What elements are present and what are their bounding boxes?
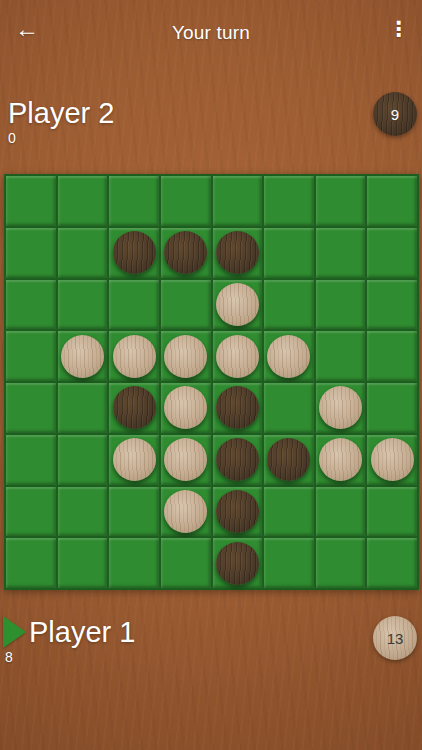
- board-cell-g3[interactable]: [316, 435, 366, 485]
- board-cell-c8[interactable]: [109, 176, 159, 226]
- player1-disc-count: 13: [387, 630, 404, 647]
- board-cell-f3[interactable]: [264, 435, 314, 485]
- board-cell-h4[interactable]: [367, 383, 417, 433]
- board-cell-f4[interactable]: [264, 383, 314, 433]
- board-cell-d5[interactable]: [161, 331, 211, 381]
- dark-disc: [113, 231, 156, 274]
- dark-disc: [216, 438, 259, 481]
- player2-name: Player 2: [8, 96, 114, 130]
- board-cell-h3[interactable]: [367, 435, 417, 485]
- board-cell-g2[interactable]: [316, 487, 366, 537]
- board-cell-c1[interactable]: [109, 538, 159, 588]
- board-cell-c6[interactable]: [109, 280, 159, 330]
- board-cell-a6[interactable]: [6, 280, 56, 330]
- board-cell-b5[interactable]: [58, 331, 108, 381]
- board-cell-d8[interactable]: [161, 176, 211, 226]
- board-cell-g1[interactable]: [316, 538, 366, 588]
- board-cell-f8[interactable]: [264, 176, 314, 226]
- dark-disc: [113, 386, 156, 429]
- turn-indicator-icon: [3, 616, 26, 648]
- light-disc: [164, 335, 207, 378]
- board-cell-a1[interactable]: [6, 538, 56, 588]
- board-cell-h1[interactable]: [367, 538, 417, 588]
- light-disc: [164, 386, 207, 429]
- board-cell-b6[interactable]: [58, 280, 108, 330]
- board-cell-h2[interactable]: [367, 487, 417, 537]
- player1-sub-value: 8: [5, 649, 135, 666]
- board-cell-d2[interactable]: [161, 487, 211, 537]
- dark-disc: [164, 231, 207, 274]
- top-app-bar: ← Your turn ⋮: [0, 0, 422, 56]
- othello-game-screen: { "game": "Othello (Reversi)", "top_bar"…: [0, 0, 422, 750]
- board-cell-g6[interactable]: [316, 280, 366, 330]
- board-cell-g7[interactable]: [316, 228, 366, 278]
- player2-score-disc: 9: [373, 92, 417, 136]
- light-disc: [216, 335, 259, 378]
- board-cell-a3[interactable]: [6, 435, 56, 485]
- board-cell-e1[interactable]: [213, 538, 263, 588]
- player2-disc-count: 9: [391, 106, 399, 123]
- board-cell-f6[interactable]: [264, 280, 314, 330]
- board-cell-d3[interactable]: [161, 435, 211, 485]
- board-cell-e3[interactable]: [213, 435, 263, 485]
- board-cell-d7[interactable]: [161, 228, 211, 278]
- board-cell-b7[interactable]: [58, 228, 108, 278]
- board-cell-h7[interactable]: [367, 228, 417, 278]
- board-cell-c5[interactable]: [109, 331, 159, 381]
- board-cell-a4[interactable]: [6, 383, 56, 433]
- dark-disc: [267, 438, 310, 481]
- board-cell-d4[interactable]: [161, 383, 211, 433]
- board-cell-e6[interactable]: [213, 280, 263, 330]
- player1-score-disc: 13: [373, 616, 417, 660]
- light-disc: [216, 283, 259, 326]
- board-cell-d6[interactable]: [161, 280, 211, 330]
- board-cell-b1[interactable]: [58, 538, 108, 588]
- light-disc: [113, 438, 156, 481]
- board-cell-c3[interactable]: [109, 435, 159, 485]
- board-cell-a5[interactable]: [6, 331, 56, 381]
- board-cell-h6[interactable]: [367, 280, 417, 330]
- board-cell-g4[interactable]: [316, 383, 366, 433]
- board-cell-h8[interactable]: [367, 176, 417, 226]
- light-disc: [164, 490, 207, 533]
- board-cell-f2[interactable]: [264, 487, 314, 537]
- player2-panel: Player 2 0: [8, 96, 114, 147]
- board-cell-e5[interactable]: [213, 331, 263, 381]
- dark-disc: [216, 542, 259, 585]
- board: [4, 174, 419, 590]
- board-cell-g8[interactable]: [316, 176, 366, 226]
- board-cell-e4[interactable]: [213, 383, 263, 433]
- board-cell-a2[interactable]: [6, 487, 56, 537]
- board-cell-e2[interactable]: [213, 487, 263, 537]
- light-disc: [319, 438, 362, 481]
- light-disc: [319, 386, 362, 429]
- board-cell-h5[interactable]: [367, 331, 417, 381]
- board-cell-a7[interactable]: [6, 228, 56, 278]
- board-cell-c7[interactable]: [109, 228, 159, 278]
- dark-disc: [216, 490, 259, 533]
- board-cell-f5[interactable]: [264, 331, 314, 381]
- board-cell-e7[interactable]: [213, 228, 263, 278]
- dark-disc: [216, 231, 259, 274]
- board-cell-b2[interactable]: [58, 487, 108, 537]
- player1-panel: Player 1 8: [3, 615, 135, 666]
- board-cell-e8[interactable]: [213, 176, 263, 226]
- board-cell-f7[interactable]: [264, 228, 314, 278]
- light-disc: [371, 438, 414, 481]
- board-cell-b3[interactable]: [58, 435, 108, 485]
- light-disc: [61, 335, 104, 378]
- board-cell-b8[interactable]: [58, 176, 108, 226]
- turn-status-title: Your turn: [0, 22, 422, 44]
- board-cell-c2[interactable]: [109, 487, 159, 537]
- player2-sub-value: 0: [8, 130, 114, 147]
- board-cell-b4[interactable]: [58, 383, 108, 433]
- dark-disc: [216, 386, 259, 429]
- light-disc: [164, 438, 207, 481]
- board-cell-c4[interactable]: [109, 383, 159, 433]
- light-disc: [267, 335, 310, 378]
- board-cell-g5[interactable]: [316, 331, 366, 381]
- board-cell-d1[interactable]: [161, 538, 211, 588]
- board-cell-a8[interactable]: [6, 176, 56, 226]
- light-disc: [113, 335, 156, 378]
- board-cell-f1[interactable]: [264, 538, 314, 588]
- overflow-menu-icon[interactable]: ⋮: [388, 18, 409, 39]
- player1-name: Player 1: [29, 615, 135, 649]
